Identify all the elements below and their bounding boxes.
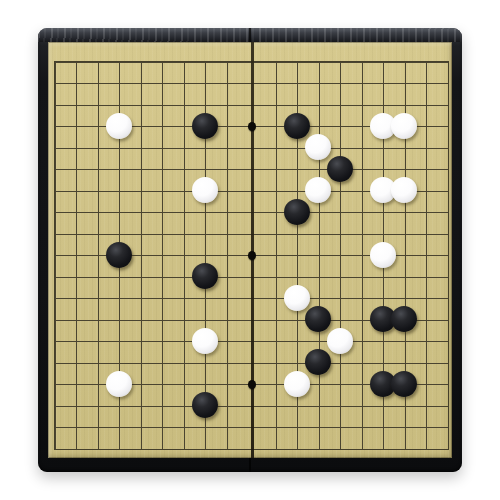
black-stone: ●: [106, 242, 132, 268]
white-stone: ○: [106, 371, 132, 397]
hinge-dot: [248, 251, 256, 260]
black-stone: ●: [305, 349, 331, 375]
white-stone: ○: [391, 177, 417, 203]
white-stone: ○: [284, 285, 310, 311]
black-stone: ●: [284, 199, 310, 225]
black-stone: ●: [192, 113, 218, 139]
white-stone: ○: [370, 242, 396, 268]
white-stone: ○: [305, 177, 331, 203]
white-stone: ○: [305, 134, 331, 160]
hinge-dot: [248, 380, 256, 389]
hinge-dot: [248, 122, 256, 131]
black-stone: ●: [192, 392, 218, 418]
black-stone: ●: [391, 306, 417, 332]
black-stone: ●: [305, 306, 331, 332]
white-stone: ○: [192, 177, 218, 203]
black-stone: ●: [284, 113, 310, 139]
white-stone: ○: [192, 328, 218, 354]
white-stone: ○: [106, 113, 132, 139]
white-stone: ○: [327, 328, 353, 354]
product-photo: ●●●●●●●●●●●●●○○○○○○○○○○○○○○: [0, 0, 500, 500]
black-stone: ●: [327, 156, 353, 182]
fold-seam: [251, 42, 254, 458]
board-surface: ●●●●●●●●●●●●●○○○○○○○○○○○○○○: [48, 42, 452, 458]
black-stone: ●: [391, 371, 417, 397]
frame-hinge-seam-bottom: [249, 458, 251, 472]
white-stone: ○: [284, 371, 310, 397]
go-board-frame: ●●●●●●●●●●●●●○○○○○○○○○○○○○○: [38, 28, 462, 472]
frame-hinge-seam-top: [249, 28, 251, 42]
black-stone: ●: [192, 263, 218, 289]
white-stone: ○: [391, 113, 417, 139]
